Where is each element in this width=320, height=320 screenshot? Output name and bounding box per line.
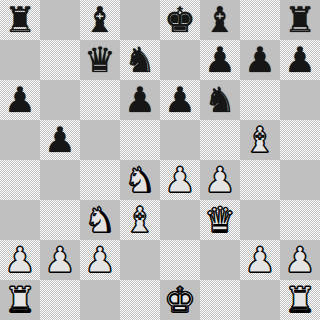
- chess-board: ♜♝♚♝♜♛♞♟♟♟♟♟♟♞♟♝♞♟♟♞♝♛♟♟♟♟♟♜♚♜: [0, 0, 320, 320]
- square-g7[interactable]: ♟: [240, 40, 280, 80]
- square-a3[interactable]: [0, 200, 40, 240]
- square-e2[interactable]: [160, 240, 200, 280]
- piece-black-king[interactable]: ♚: [160, 0, 200, 40]
- square-e5[interactable]: [160, 120, 200, 160]
- square-d8[interactable]: [120, 0, 160, 40]
- piece-white-rook[interactable]: ♜: [0, 280, 40, 320]
- square-d3[interactable]: ♝: [120, 200, 160, 240]
- piece-white-bishop[interactable]: ♝: [120, 200, 160, 240]
- square-f5[interactable]: [200, 120, 240, 160]
- square-g4[interactable]: [240, 160, 280, 200]
- square-h5[interactable]: [280, 120, 320, 160]
- piece-white-knight[interactable]: ♞: [80, 200, 120, 240]
- square-e8[interactable]: ♚: [160, 0, 200, 40]
- square-g8[interactable]: [240, 0, 280, 40]
- square-d5[interactable]: [120, 120, 160, 160]
- square-d1[interactable]: [120, 280, 160, 320]
- square-e7[interactable]: [160, 40, 200, 80]
- piece-white-king[interactable]: ♚: [160, 280, 200, 320]
- square-f1[interactable]: [200, 280, 240, 320]
- square-g3[interactable]: [240, 200, 280, 240]
- piece-black-bishop[interactable]: ♝: [200, 0, 240, 40]
- square-b5[interactable]: ♟: [40, 120, 80, 160]
- square-a1[interactable]: ♜: [0, 280, 40, 320]
- square-c6[interactable]: [80, 80, 120, 120]
- piece-white-pawn[interactable]: ♟: [280, 240, 320, 280]
- square-f6[interactable]: ♞: [200, 80, 240, 120]
- square-f7[interactable]: ♟: [200, 40, 240, 80]
- piece-black-knight[interactable]: ♞: [200, 80, 240, 120]
- square-e6[interactable]: ♟: [160, 80, 200, 120]
- square-e3[interactable]: [160, 200, 200, 240]
- square-c5[interactable]: [80, 120, 120, 160]
- square-a6[interactable]: ♟: [0, 80, 40, 120]
- square-d7[interactable]: ♞: [120, 40, 160, 80]
- square-d6[interactable]: ♟: [120, 80, 160, 120]
- square-g5[interactable]: ♝: [240, 120, 280, 160]
- square-f2[interactable]: [200, 240, 240, 280]
- square-g6[interactable]: [240, 80, 280, 120]
- piece-white-queen[interactable]: ♛: [200, 200, 240, 240]
- square-a8[interactable]: ♜: [0, 0, 40, 40]
- square-b2[interactable]: ♟: [40, 240, 80, 280]
- piece-white-pawn[interactable]: ♟: [200, 160, 240, 200]
- square-c8[interactable]: ♝: [80, 0, 120, 40]
- piece-white-pawn[interactable]: ♟: [160, 160, 200, 200]
- piece-black-pawn[interactable]: ♟: [160, 80, 200, 120]
- square-h1[interactable]: ♜: [280, 280, 320, 320]
- piece-black-rook[interactable]: ♜: [280, 0, 320, 40]
- square-g1[interactable]: [240, 280, 280, 320]
- square-b7[interactable]: [40, 40, 80, 80]
- piece-black-pawn[interactable]: ♟: [0, 80, 40, 120]
- square-d4[interactable]: ♞: [120, 160, 160, 200]
- piece-black-pawn[interactable]: ♟: [120, 80, 160, 120]
- square-b3[interactable]: [40, 200, 80, 240]
- square-c3[interactable]: ♞: [80, 200, 120, 240]
- square-b1[interactable]: [40, 280, 80, 320]
- piece-black-queen[interactable]: ♛: [80, 40, 120, 80]
- piece-white-pawn[interactable]: ♟: [0, 240, 40, 280]
- square-g2[interactable]: ♟: [240, 240, 280, 280]
- square-f8[interactable]: ♝: [200, 0, 240, 40]
- square-a5[interactable]: [0, 120, 40, 160]
- square-h3[interactable]: [280, 200, 320, 240]
- square-e1[interactable]: ♚: [160, 280, 200, 320]
- piece-white-bishop[interactable]: ♝: [240, 120, 280, 160]
- square-a7[interactable]: [0, 40, 40, 80]
- square-b8[interactable]: [40, 0, 80, 40]
- piece-white-pawn[interactable]: ♟: [80, 240, 120, 280]
- square-d2[interactable]: [120, 240, 160, 280]
- piece-black-rook[interactable]: ♜: [0, 0, 40, 40]
- square-e4[interactable]: ♟: [160, 160, 200, 200]
- square-a2[interactable]: ♟: [0, 240, 40, 280]
- piece-white-pawn[interactable]: ♟: [40, 240, 80, 280]
- square-c1[interactable]: [80, 280, 120, 320]
- piece-white-pawn[interactable]: ♟: [240, 240, 280, 280]
- square-f4[interactable]: ♟: [200, 160, 240, 200]
- square-a4[interactable]: [0, 160, 40, 200]
- square-c2[interactable]: ♟: [80, 240, 120, 280]
- piece-black-pawn[interactable]: ♟: [200, 40, 240, 80]
- piece-black-bishop[interactable]: ♝: [80, 0, 120, 40]
- piece-black-pawn[interactable]: ♟: [40, 120, 80, 160]
- square-b4[interactable]: [40, 160, 80, 200]
- piece-black-knight[interactable]: ♞: [120, 40, 160, 80]
- square-c7[interactable]: ♛: [80, 40, 120, 80]
- square-f3[interactable]: ♛: [200, 200, 240, 240]
- square-c4[interactable]: [80, 160, 120, 200]
- square-b6[interactable]: [40, 80, 80, 120]
- square-h6[interactable]: [280, 80, 320, 120]
- piece-white-rook[interactable]: ♜: [280, 280, 320, 320]
- piece-white-knight[interactable]: ♞: [120, 160, 160, 200]
- piece-black-pawn[interactable]: ♟: [240, 40, 280, 80]
- square-h4[interactable]: [280, 160, 320, 200]
- square-h8[interactable]: ♜: [280, 0, 320, 40]
- square-h7[interactable]: ♟: [280, 40, 320, 80]
- square-h2[interactable]: ♟: [280, 240, 320, 280]
- piece-black-pawn[interactable]: ♟: [280, 40, 320, 80]
